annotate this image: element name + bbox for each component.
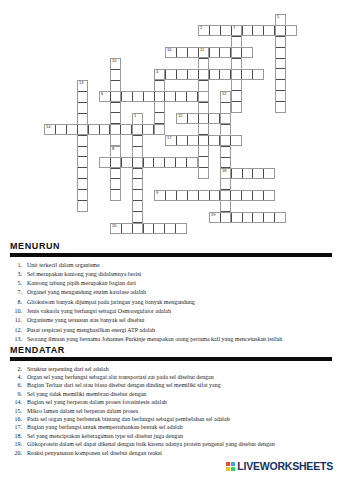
crossword-word-6-across: 6	[99, 91, 209, 102]
clue-number-label: 10	[112, 59, 116, 63]
crossword-cell[interactable]	[264, 26, 275, 35]
menurun-title: MENURUN	[10, 241, 332, 252]
crossword-cell[interactable]	[199, 191, 210, 200]
logo-color-square	[231, 467, 235, 471]
clue-number-label: 18	[222, 169, 226, 173]
crossword-cell[interactable]	[199, 168, 208, 178]
crossword-cell[interactable]	[111, 158, 122, 167]
clue-item-text: Glioksisom banyak dijumpai pada jaringan…	[27, 298, 195, 307]
crossword-cell[interactable]	[144, 158, 155, 167]
crossword-cell[interactable]	[143, 125, 154, 134]
crossword-cell[interactable]	[188, 136, 199, 145]
crossword-cell[interactable]	[78, 125, 89, 134]
crossword-cell[interactable]	[199, 48, 210, 57]
clue-number-label: 9	[156, 191, 158, 195]
logo-color-square	[226, 462, 230, 466]
crossword-cell[interactable]	[176, 158, 187, 167]
crossword-cell[interactable]	[221, 147, 230, 158]
crossword-cell[interactable]	[210, 48, 221, 57]
crossword-cell[interactable]	[276, 59, 285, 70]
clue-item: 9.Sel yang tidak memiliki membran disebu…	[10, 390, 332, 398]
crossword-cell[interactable]	[78, 179, 87, 190]
crossword-cell[interactable]	[78, 136, 87, 147]
crossword-cell[interactable]: 10	[111, 59, 120, 70]
crossword-word-18-across: 18	[220, 168, 275, 179]
crossword-cell[interactable]	[154, 224, 165, 233]
crossword-cell[interactable]	[78, 168, 87, 179]
crossword-cell[interactable]	[221, 213, 232, 222]
clue-item-number: 9.	[10, 390, 22, 398]
clue-item-number: 13.	[10, 335, 22, 344]
crossword-cell[interactable]	[89, 125, 100, 134]
clue-item-number: 16.	[10, 415, 22, 423]
clue-number-label: 5	[277, 15, 279, 19]
crossword-word-x-across	[99, 157, 198, 168]
clue-number-label: 16	[167, 48, 171, 52]
crossword-cell[interactable]	[275, 26, 286, 35]
crossword-cell[interactable]: 2	[199, 26, 210, 35]
crossword-cell[interactable]	[111, 190, 120, 200]
crossword-cell[interactable]	[122, 224, 133, 233]
crossword-cell[interactable]	[221, 179, 230, 190]
crossword-cell[interactable]	[231, 136, 241, 145]
crossword-cell[interactable]	[111, 103, 120, 114]
clue-item-number: 4.	[10, 373, 22, 381]
crossword-cell[interactable]	[111, 169, 120, 180]
clue-item: 14.Bagian sel yang berperan dalam proses…	[10, 398, 332, 406]
clue-item: 13.Seorang ilmuan yang bernama Johannes …	[10, 335, 332, 344]
crossword-cell[interactable]	[232, 102, 241, 112]
crossword-cell[interactable]	[220, 70, 231, 79]
crossword-cell[interactable]	[144, 92, 155, 101]
crossword-cell[interactable]	[243, 213, 254, 222]
crossword-cell[interactable]	[111, 179, 120, 190]
crossword-cell[interactable]	[122, 92, 133, 101]
crossword-cell[interactable]	[276, 102, 285, 112]
clue-number-label: 1	[134, 114, 136, 118]
clue-item-text: Bagian sel yang berperan dalam proses fo…	[27, 398, 167, 406]
clue-item-text: Sel merupakan kantong yang didalamnya be…	[27, 270, 141, 279]
clue-item: 16.Pada sel organ yang berbentuk bintang…	[10, 415, 332, 423]
crossword-cell[interactable]	[177, 191, 188, 200]
clue-item-text: Pusat respirasi yang menghasilkan energi…	[27, 326, 155, 335]
clue-item-number: 10.	[10, 307, 22, 316]
crossword-word-19-across: 19	[209, 212, 286, 223]
mendatar-clue-list: 2.Struktur terpenting dari sel adalah4.O…	[10, 365, 332, 457]
crossword-cell[interactable]	[242, 70, 253, 79]
clue-item-text: Struktur terpenting dari sel adalah	[27, 365, 109, 373]
crossword-cell[interactable]	[187, 158, 197, 167]
crossword-cell[interactable]	[176, 224, 186, 233]
clue-item-text: Organel yang mengandung enzim katalase a…	[27, 288, 146, 297]
crossword-cell[interactable]	[133, 147, 142, 158]
clue-item-text: Pada sel organ yang berbentuk bintang da…	[27, 415, 230, 423]
clue-item-number: 8.	[10, 298, 22, 307]
crossword-cell[interactable]: 6	[100, 92, 111, 101]
crossword-cell[interactable]	[155, 102, 164, 113]
clue-item-text: Kantong tabung pipih merupakan bagian da…	[27, 279, 136, 288]
crossword-cell[interactable]	[253, 26, 264, 35]
crossword-cell[interactable]	[276, 48, 285, 59]
crossword-cell[interactable]	[176, 92, 187, 101]
crossword-cell[interactable]: 18	[221, 169, 232, 178]
clue-item: 10.Jenis vakuola yang berfungsi sebagai …	[10, 307, 332, 316]
crossword-cell[interactable]	[243, 26, 254, 35]
clue-item-text: Organisme yang tersusun atas banyak sel …	[27, 316, 145, 325]
crossword-cell[interactable]	[264, 213, 275, 222]
clue-item: 1.Unit terkecil dalam organisme	[10, 261, 332, 270]
crossword-cell[interactable]	[122, 158, 133, 167]
crossword-cell[interactable]	[231, 70, 242, 79]
crossword-cell[interactable]	[133, 179, 142, 190]
clue-item-number: 5.	[10, 279, 22, 288]
crossword-cell[interactable]	[199, 136, 210, 145]
clue-item: 2.Struktur terpenting dari sel adalah	[10, 365, 332, 373]
crossword-cell[interactable]	[242, 191, 253, 200]
clue-item-text: Bagian Terluar dari sel atau biasa diseb…	[27, 381, 221, 389]
clue-item-text: Bagian yang berfungsi untuk mempertahank…	[27, 423, 182, 431]
crossword-cell[interactable]	[154, 158, 165, 167]
crossword-cell[interactable]	[166, 191, 177, 200]
crossword-cell[interactable]: 17	[166, 136, 177, 145]
crossword-cell[interactable]	[232, 91, 241, 102]
crossword-cell[interactable]	[155, 113, 164, 124]
clue-item-text: Glikoprotein dalam sel dapat dikenal den…	[27, 440, 275, 448]
crossword-cell[interactable]	[78, 147, 87, 158]
crossword-cell[interactable]	[209, 136, 220, 145]
crossword-cell[interactable]	[110, 125, 121, 134]
crossword-cell[interactable]	[276, 69, 285, 80]
crossword-cell[interactable]	[165, 224, 176, 233]
liveworksheets-grid-icon	[226, 462, 235, 471]
clue-item: 20.Reaksi penyusunan komponen sel disebu…	[10, 449, 332, 457]
clue-item: 18.Sel yang menciptakan keberagaman type…	[10, 432, 332, 440]
crossword-cell[interactable]: 13	[78, 81, 87, 92]
crossword-cell[interactable]	[133, 190, 142, 201]
clue-number-label: 8	[112, 147, 114, 151]
crossword-cell[interactable]	[198, 92, 208, 101]
clue-item-number: 7.	[10, 288, 22, 297]
crossword-cell[interactable]: 16	[166, 48, 177, 57]
crossword-cell[interactable]	[100, 158, 111, 167]
crossword-cell[interactable]	[221, 26, 232, 35]
crossword-cell[interactable]	[133, 92, 144, 101]
crossword-cell[interactable]	[133, 136, 142, 147]
crossword-cell[interactable]	[133, 169, 142, 180]
crossword-cell[interactable]	[56, 125, 67, 134]
clue-item: 5.Kantong tabung pipih merupakan bagian …	[10, 279, 332, 288]
crossword-cell[interactable]	[264, 191, 274, 200]
clue-item-number: 11.	[10, 316, 22, 325]
clue-item-number: 15.	[10, 407, 22, 415]
clue-item: 8.Glioksisom banyak dijumpai pada jaring…	[10, 298, 332, 307]
clue-number-label: 2	[200, 26, 202, 30]
liveworksheets-logo: LIVEWORKSHEETS	[226, 460, 333, 472]
clue-item-text: Sel yang menciptakan keberagaman type se…	[27, 432, 183, 440]
crossword-word-16-across: 16	[165, 47, 253, 58]
crossword-cell[interactable]	[209, 114, 220, 123]
clue-item-number: 3.	[10, 270, 22, 279]
crossword-cell[interactable]	[210, 26, 221, 35]
crossword-cell[interactable]	[264, 169, 274, 178]
clue-item: 12.Pusat respirasi yang menghasilkan ene…	[10, 326, 332, 335]
clue-item: 7.Organel yang mengandung enzim katalase…	[10, 288, 332, 297]
clue-item-number: 14.	[10, 398, 22, 406]
crossword-cell[interactable]	[177, 48, 188, 57]
crossword-cell[interactable]	[177, 70, 188, 79]
crossword-cell[interactable]	[187, 92, 198, 101]
crossword-cell[interactable]	[286, 26, 296, 35]
crossword-cell[interactable]	[199, 157, 208, 168]
crossword-cell[interactable]: 14	[45, 125, 56, 134]
crossword-cell[interactable]	[177, 136, 188, 145]
crossword-cell[interactable]	[275, 213, 285, 222]
crossword-cell[interactable]	[276, 80, 285, 91]
crossword-cell[interactable]	[100, 125, 111, 134]
clue-item-text: Mikro lamen dalam sel berperan dalam pro…	[27, 407, 138, 415]
clue-number-label: 6	[101, 92, 103, 96]
crossword-cell[interactable]: 20	[111, 224, 122, 233]
crossword-cell[interactable]	[188, 48, 199, 57]
crossword-cell[interactable]	[253, 213, 264, 222]
crossword-cell[interactable]	[220, 191, 231, 200]
crossword-cell[interactable]	[78, 190, 87, 201]
clue-item-number: 2.	[10, 365, 22, 373]
clue-item-text: Organ sel yang berfungsi sebagai alat tr…	[27, 373, 214, 381]
crossword-cell[interactable]	[154, 125, 164, 134]
crossword-cell[interactable]	[78, 92, 87, 103]
crossword-cell[interactable]	[232, 26, 243, 35]
crossword-cell[interactable]	[276, 91, 285, 102]
crossword-cell[interactable]	[144, 224, 155, 233]
crossword-cell[interactable]	[188, 191, 199, 200]
crossword-word-2-across: 2	[198, 25, 297, 36]
crossword-cell[interactable]: 9	[155, 191, 166, 200]
crossword-cell[interactable]	[231, 191, 242, 200]
crossword-cell[interactable]	[133, 158, 144, 167]
clue-item-text: Sel yang tidak memiliki membran disebut …	[27, 390, 146, 398]
crossword-cell[interactable]	[232, 169, 243, 178]
clue-item-number: 20.	[10, 449, 22, 457]
crossword-cell[interactable]	[111, 70, 120, 81]
clue-item-number: 6.	[10, 381, 22, 389]
crossword-cell[interactable]	[133, 201, 142, 212]
crossword-cell[interactable]	[188, 70, 199, 79]
crossword-cell[interactable]	[78, 103, 87, 114]
crossword-word-4-across: 4	[154, 69, 264, 80]
crossword-word-14-across: 14	[44, 124, 165, 135]
crossword-cell[interactable]	[133, 224, 144, 233]
crossword-cell[interactable]	[220, 136, 231, 145]
clue-number-label: 12	[222, 92, 226, 96]
clue-number-label: 19	[211, 213, 215, 217]
clue-item: 17.Bagian yang berfungsi untuk mempertah…	[10, 423, 332, 431]
crossword-cell[interactable]	[133, 212, 142, 223]
crossword-cell[interactable]	[165, 92, 176, 101]
clue-number-label: 17	[167, 136, 171, 140]
crossword-cell[interactable]	[243, 169, 254, 178]
crossword-board: 571110131218216461514171891920	[44, 14, 297, 234]
crossword-cell[interactable]	[132, 125, 143, 134]
crossword-cell[interactable]	[232, 213, 243, 222]
crossword-cell[interactable]	[232, 59, 241, 70]
mendatar-title: MENDATAR	[10, 345, 332, 356]
crossword-cell[interactable]	[199, 146, 208, 157]
crossword-cell[interactable]	[67, 125, 78, 134]
clue-number-label: 14	[46, 125, 50, 129]
clue-item: 15.Mikro lamen dalam sel berperan dalam …	[10, 407, 332, 415]
crossword-cell[interactable]	[220, 48, 231, 57]
clue-item: 11.Organisme yang tersusun atas banyak s…	[10, 316, 332, 325]
clue-item: 19.Glikoprotein dalam sel dapat dikenal …	[10, 440, 332, 448]
clue-item-number: 1.	[10, 261, 22, 270]
clue-item-text: Seorang ilmuan yang bernama Johannes Pur…	[27, 335, 282, 344]
crossword-word-9-across: 9	[154, 190, 275, 201]
clue-item-number: 19.	[10, 440, 22, 448]
crossword-cell[interactable]	[221, 158, 230, 169]
crossword-cell[interactable]	[232, 80, 241, 91]
crossword-cell[interactable]	[199, 103, 208, 114]
crossword-cell[interactable]: 12	[221, 92, 230, 103]
crossword-cell[interactable]	[78, 201, 87, 211]
crossword-cell[interactable]	[166, 70, 177, 79]
clue-item-text: Unit terkecil dalam organisme	[27, 261, 100, 270]
clue-item: 6.Bagian Terluar dari sel atau biasa dis…	[10, 381, 332, 389]
clue-item: 4.Organ sel yang berfungsi sebagai alat …	[10, 373, 332, 381]
logo-color-square	[226, 467, 230, 471]
crossword-word-13-down: 13	[77, 80, 88, 212]
crossword-cell[interactable]	[199, 124, 208, 135]
clue-item-number: 18.	[10, 432, 22, 440]
clue-number-label: 13	[79, 81, 83, 85]
crossword-cell[interactable]	[253, 191, 264, 200]
section-menurun: MENURUN 1.Unit terkecil dalam organisme3…	[10, 241, 332, 344]
crossword-cell[interactable]	[121, 125, 132, 134]
clue-item-number: 17.	[10, 423, 22, 431]
clue-number-label: 20	[112, 224, 116, 228]
crossword-cell[interactable]	[111, 135, 120, 145]
crossword-cell[interactable]: 15	[177, 114, 188, 123]
clue-number-label: 15	[178, 114, 182, 118]
clue-item-text: Reaksi penyusunan komponen sel disebut d…	[27, 449, 162, 457]
crossword-cell[interactable]	[78, 157, 87, 168]
crossword-cell[interactable]	[111, 113, 120, 124]
crossword-cell[interactable]	[231, 48, 242, 57]
crossword-word-12-down: 12	[220, 91, 231, 223]
crossword-cell[interactable]	[199, 114, 210, 123]
crossword-cell[interactable]: 19	[210, 213, 221, 222]
logo-color-square	[231, 462, 235, 466]
crossword-cell[interactable]	[253, 70, 263, 79]
crossword-word-15-across: 15	[176, 113, 231, 124]
crossword-cell[interactable]	[220, 114, 230, 123]
crossword-cell[interactable]	[165, 158, 176, 167]
crossword-cell[interactable]	[210, 191, 221, 200]
crossword-word-20-across: 20	[110, 223, 187, 234]
crossword-cell[interactable]	[188, 114, 199, 123]
menurun-divider	[10, 253, 332, 257]
crossword-word-8-down: 8	[110, 146, 121, 201]
crossword-cell[interactable]	[155, 92, 166, 101]
crossword-cell[interactable]	[221, 201, 230, 212]
crossword-cell[interactable]	[253, 169, 264, 178]
crossword-cell[interactable]: 4	[155, 70, 166, 79]
clue-item-number: 12.	[10, 326, 22, 335]
crossword-cell[interactable]	[210, 70, 221, 79]
clue-item-text: Jenis vakuola yang berfungsi sebagai Osm…	[27, 307, 171, 316]
liveworksheets-logo-text: LIVEWORKSHEETS	[237, 460, 333, 472]
section-mendatar: MENDATAR 2.Struktur terpenting dari sel …	[10, 345, 332, 457]
crossword-cell[interactable]	[199, 70, 210, 79]
mendatar-divider	[10, 357, 332, 361]
menurun-clue-list: 1.Unit terkecil dalam organisme3.Sel mer…	[10, 261, 332, 345]
clue-item: 3.Sel merupakan kantong yang didalamnya …	[10, 270, 332, 279]
crossword-cell[interactable]	[276, 37, 285, 48]
crossword-cell[interactable]	[111, 92, 122, 101]
crossword-cell[interactable]	[111, 81, 120, 92]
crossword-cell[interactable]	[242, 48, 252, 57]
crossword-word-17-across: 17	[165, 135, 242, 146]
clue-number-label: 4	[156, 70, 158, 74]
